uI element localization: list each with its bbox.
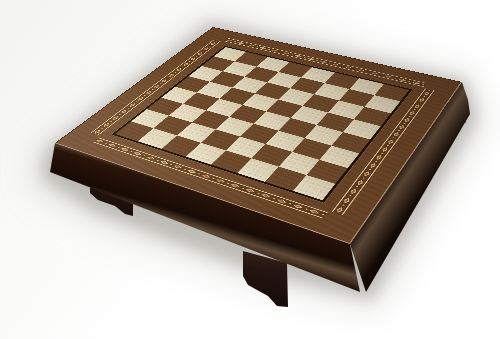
- inlay-diamond-center: [177, 68, 182, 71]
- inlay-diamond: [403, 117, 411, 122]
- inlay-diamond: [186, 169, 197, 174]
- inlay-diamond-center: [388, 140, 393, 144]
- inlay-dot: [422, 84, 425, 85]
- inlay-diamond: [111, 116, 120, 121]
- inlay-diamond: [335, 206, 344, 213]
- inlay-diamond: [259, 47, 267, 50]
- inlay-dot: [288, 203, 291, 205]
- inlay-diamond: [408, 111, 415, 116]
- inlay-diamond-unit: [276, 198, 292, 205]
- inlay-diamond-unit: [418, 96, 427, 103]
- inlay-dot: [381, 152, 384, 154]
- inlay-diamond-unit: [260, 193, 276, 200]
- inlay-diamond-unit: [215, 178, 230, 185]
- inlay-diamond-unit: [93, 127, 105, 134]
- inlay-dot: [408, 81, 411, 82]
- inlay-diamond-center: [346, 66, 352, 68]
- inlay-diamond-center: [184, 63, 188, 65]
- inlay-diamond-center: [130, 104, 135, 107]
- inlay-diamond: [93, 129, 102, 134]
- inlay-dot: [159, 83, 162, 84]
- inlay-diamond: [225, 39, 233, 42]
- inlay-dot: [375, 160, 378, 162]
- inlay-dot: [127, 108, 130, 109]
- inlay-diamond: [245, 188, 256, 194]
- inlay-diamond-center: [358, 181, 363, 185]
- inlay-diamond-unit: [411, 81, 425, 86]
- inlay-diamond: [375, 154, 383, 160]
- inlay-diamond: [137, 97, 145, 102]
- inlay-diamond-center: [385, 75, 391, 77]
- inlay-diamond-unit: [349, 185, 360, 194]
- inlay-diamond-unit: [335, 204, 346, 214]
- inlay-diamond-unit: [392, 129, 401, 137]
- inlay-diamond-center: [278, 199, 285, 202]
- inlay-diamond-center: [198, 53, 202, 55]
- inlay-diamond-center: [405, 118, 409, 121]
- inlay-diamond-unit: [259, 47, 271, 51]
- inlay-dot: [423, 96, 426, 97]
- inlay-diamond-unit: [201, 174, 216, 181]
- inlay-diamond-unit: [292, 203, 309, 211]
- inlay-diamond-center: [188, 170, 195, 173]
- inlay-diamond-center: [249, 45, 254, 47]
- inlay-diamond-center: [372, 72, 378, 74]
- inlay-dot: [305, 208, 308, 210]
- inlay-diamond-center: [154, 85, 159, 88]
- inlay-diamond: [387, 139, 395, 145]
- inlay-dot: [209, 46, 211, 47]
- inlay-diamond: [203, 47, 210, 51]
- inlay-dot: [380, 74, 382, 75]
- inlay-diamond-center: [296, 55, 301, 57]
- inlay-dot: [144, 95, 147, 96]
- inlay-diamond: [160, 79, 168, 83]
- inlay-diamond-unit: [225, 39, 237, 43]
- inlay-diamond-center: [191, 58, 195, 60]
- inlay-diamond: [342, 197, 351, 204]
- inlay-diamond-center: [227, 39, 232, 41]
- inlay-diamond: [189, 57, 196, 61]
- inlay-dot: [188, 61, 190, 62]
- inlay-diamond: [146, 156, 156, 161]
- inlay-diamond: [357, 69, 366, 72]
- inlay-diamond-unit: [369, 160, 379, 169]
- inlay-dot: [418, 102, 421, 103]
- inlay-diamond: [392, 132, 400, 137]
- inlay-dot: [403, 123, 406, 124]
- inlay-diamond-unit: [383, 75, 396, 79]
- inlay-dot: [368, 169, 371, 171]
- inlay-dot: [428, 90, 431, 91]
- inlay-diamond: [145, 91, 153, 95]
- inlay-diamond: [344, 66, 353, 69]
- inlay-dot: [110, 121, 113, 122]
- inlay-diamond-center: [238, 42, 243, 44]
- inlay-diamond: [230, 183, 241, 188]
- inlay-diamond-unit: [344, 66, 357, 70]
- inlay-diamond-unit: [356, 177, 367, 186]
- inlay-dot: [257, 192, 260, 194]
- inlay-dot: [195, 56, 197, 57]
- inlay-dot: [413, 109, 416, 110]
- inlay-diamond-unit: [189, 55, 198, 60]
- inlay-diamond-center: [260, 47, 265, 49]
- inlay-diamond-unit: [308, 209, 325, 217]
- inlay-diamond-unit: [357, 69, 370, 73]
- inlay-diamond-unit: [196, 50, 205, 55]
- inlay-diamond-unit: [342, 194, 353, 204]
- inlay-diamond: [159, 160, 169, 165]
- inlay-diamond: [128, 103, 136, 108]
- inlay-diamond-unit: [270, 49, 282, 53]
- inlay-diamond-unit: [137, 95, 148, 101]
- inlay-diamond: [133, 151, 143, 156]
- inlay-dot: [135, 101, 138, 102]
- inlay-diamond-unit: [408, 109, 417, 116]
- inlay-diamond: [102, 122, 111, 127]
- inlay-diamond-center: [425, 92, 429, 95]
- inlay-diamond: [282, 52, 291, 55]
- inlay-diamond-unit: [209, 41, 218, 46]
- inlay-dot: [398, 130, 401, 132]
- inlay-diamond-center: [95, 130, 100, 133]
- inlay-diamond: [411, 81, 420, 85]
- inlay-diamond-unit: [319, 60, 332, 64]
- inlay-diamond: [292, 203, 304, 209]
- inlay-dot: [349, 195, 352, 197]
- inlay-diamond-center: [217, 179, 224, 182]
- inlay-dot: [408, 116, 411, 117]
- inlay-dot: [167, 77, 170, 78]
- inlay-diamond-unit: [128, 101, 139, 108]
- inlay-diamond-center: [161, 161, 168, 164]
- inlay-diamond-center: [399, 125, 404, 128]
- inlay-diamond-unit: [282, 52, 294, 56]
- inlay-diamond-center: [294, 205, 301, 209]
- inlay-diamond-unit: [120, 147, 134, 153]
- inlay-diamond-unit: [107, 143, 121, 149]
- inlay-diamond: [362, 171, 371, 177]
- inlay-diamond: [319, 60, 328, 63]
- inlay-diamond-unit: [403, 115, 412, 122]
- inlay-diamond-center: [415, 105, 419, 108]
- inlay-diamond-unit: [397, 78, 411, 83]
- inlay-diamond-unit: [145, 89, 155, 95]
- inlay-diamond-unit: [245, 188, 261, 195]
- inlay-diamond: [209, 42, 216, 46]
- inlay-diamond-unit: [111, 114, 122, 121]
- inlay-dot: [227, 183, 230, 185]
- inlay-diamond: [356, 179, 365, 185]
- inlay-diamond-center: [113, 117, 118, 120]
- inlay-diamond-center: [121, 110, 126, 113]
- inlay-dot: [212, 178, 215, 180]
- inlay-diamond-unit: [146, 156, 160, 162]
- inlay-diamond-center: [138, 97, 143, 100]
- inlay-dot: [362, 177, 365, 179]
- inlay-dot: [118, 114, 121, 115]
- inlay-diamond-center: [320, 61, 326, 63]
- inlay-diamond: [201, 174, 212, 179]
- inlay-diamond: [398, 124, 406, 129]
- inlay-diamond-center: [204, 48, 208, 50]
- inlay-dot: [215, 41, 217, 42]
- inlay-diamond-unit: [306, 57, 318, 61]
- inlay-diamond-unit: [247, 44, 259, 48]
- inlay-dot: [392, 137, 395, 139]
- inlay-dot: [273, 198, 276, 200]
- inlay-diamond: [175, 68, 183, 72]
- inlay-diamond-unit: [153, 83, 163, 89]
- inlay-diamond-center: [232, 184, 239, 187]
- inlay-diamond: [120, 109, 128, 114]
- inlay-diamond-unit: [375, 152, 385, 160]
- inlay-dot: [174, 72, 177, 73]
- inlay-diamond-unit: [173, 164, 188, 170]
- inlay-diamond-unit: [423, 89, 431, 95]
- inlay-diamond-center: [377, 156, 382, 160]
- inlay-diamond: [260, 193, 271, 199]
- inlay-diamond-center: [383, 148, 388, 152]
- inlay-dot: [356, 186, 359, 188]
- inlay-diamond: [349, 188, 358, 195]
- inlay-diamond: [308, 209, 320, 215]
- inlay-diamond-unit: [95, 139, 109, 145]
- inlay-diamond-unit: [387, 137, 397, 145]
- inlay-diamond-unit: [398, 122, 407, 129]
- inlay-dot: [101, 128, 104, 129]
- inlay-diamond: [107, 143, 117, 148]
- inlay-diamond-unit: [120, 107, 131, 114]
- inlay-diamond-center: [174, 165, 181, 168]
- inlay-dot: [242, 187, 245, 189]
- inlay-diamond-center: [146, 91, 151, 94]
- inlay-diamond: [270, 49, 278, 52]
- inlay-diamond-unit: [175, 66, 185, 72]
- inlay-diamond: [236, 41, 244, 44]
- inlay-diamond: [95, 139, 105, 144]
- inlay-diamond-unit: [159, 160, 174, 166]
- inlay-diamond-unit: [182, 61, 192, 67]
- inlay-diamond: [369, 163, 377, 169]
- inlay-diamond-center: [311, 210, 318, 214]
- inlay-diamond-center: [211, 43, 215, 45]
- chessboard-photo-scene: [0, 0, 500, 339]
- inlay-diamond-unit: [413, 102, 422, 109]
- inlay-diamond-center: [104, 123, 109, 126]
- inlay-diamond: [247, 44, 255, 47]
- inlay-diamond-center: [247, 189, 254, 192]
- inlay-diamond: [196, 52, 203, 56]
- inlay-diamond: [294, 55, 303, 58]
- inlay-diamond-center: [308, 58, 313, 60]
- inlay-diamond-center: [344, 198, 349, 202]
- inlay-dot: [151, 89, 154, 90]
- inlay-diamond-center: [420, 98, 424, 101]
- inlay-diamond-center: [359, 69, 365, 71]
- inlay-diamond: [418, 98, 425, 103]
- inlay-diamond-center: [333, 64, 339, 66]
- inlay-diamond: [182, 62, 189, 66]
- inlay-diamond-center: [410, 112, 414, 115]
- inlay-diamond-center: [364, 172, 369, 176]
- inlay-diamond-unit: [230, 183, 246, 190]
- inlay-diamond-center: [169, 74, 174, 77]
- inlay-diamond: [331, 63, 340, 66]
- inlay-diamond: [381, 147, 389, 153]
- inlay-diamond-center: [109, 144, 115, 147]
- inlay-diamond-unit: [168, 72, 178, 78]
- inlay-diamond-center: [370, 164, 375, 168]
- inlay-diamond-center: [399, 79, 405, 81]
- inlay-diamond-center: [162, 80, 167, 83]
- inlay-diamond: [168, 73, 176, 77]
- inlay-diamond: [397, 78, 406, 82]
- inlay-dot: [386, 145, 389, 147]
- inlay-diamond-center: [134, 152, 140, 155]
- inlay-diamond: [383, 75, 392, 79]
- inlay-diamond-unit: [186, 169, 201, 176]
- inlay-diamond-center: [203, 175, 210, 178]
- inlay-diamond-center: [351, 189, 356, 193]
- inlay-diamond: [306, 57, 315, 60]
- inlay-diamond: [413, 104, 420, 109]
- inlay-diamond-unit: [203, 45, 212, 50]
- inlay-diamond: [153, 85, 161, 89]
- inlay-dot: [322, 214, 325, 216]
- inlay-diamond-center: [337, 208, 343, 212]
- inlay-diamond: [120, 147, 130, 152]
- inlay-dot: [202, 51, 204, 52]
- inlay-dot: [394, 78, 397, 79]
- inlay-diamond-center: [262, 194, 269, 197]
- inlay-diamond-unit: [160, 77, 170, 83]
- inlay-diamond: [423, 91, 430, 96]
- inlay-diamond-unit: [133, 151, 147, 157]
- inlay-diamond-center: [148, 156, 154, 159]
- inlay-diamond-center: [272, 50, 277, 52]
- inlay-diamond-center: [413, 82, 419, 84]
- inlay-diamond-center: [284, 52, 289, 54]
- inlay-dot: [181, 66, 183, 67]
- inlay-diamond-unit: [381, 144, 391, 152]
- inlay-diamond-unit: [102, 120, 113, 127]
- inlay-diamond-unit: [362, 168, 372, 177]
- inlay-diamond-center: [394, 133, 399, 136]
- inlay-diamond: [370, 72, 379, 75]
- inlay-diamond: [215, 178, 226, 183]
- inlay-dot: [342, 204, 345, 206]
- inlay-diamond-unit: [294, 55, 306, 59]
- inlay-diamond-center: [122, 148, 128, 151]
- inlay-diamond-unit: [331, 63, 344, 67]
- inlay-diamond-unit: [236, 41, 248, 45]
- inlay-diamond: [276, 198, 288, 204]
- inlay-diamond-unit: [370, 72, 383, 76]
- inlay-diamond: [173, 164, 184, 169]
- inlay-diamond-center: [97, 140, 103, 143]
